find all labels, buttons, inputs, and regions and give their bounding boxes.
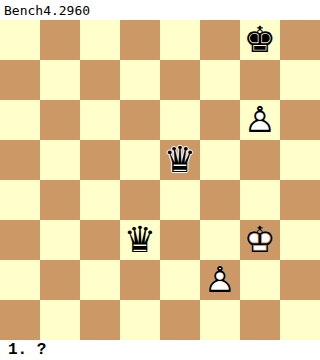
square-h1[interactable] — [280, 300, 320, 340]
square-d6[interactable] — [120, 100, 160, 140]
piece-black-queen[interactable]: ♛ — [120, 220, 160, 260]
square-g4[interactable] — [240, 180, 280, 220]
square-e3[interactable] — [160, 220, 200, 260]
piece-white-pawn[interactable]: ♟♙ — [240, 100, 280, 140]
white-pawn-outline: ♙ — [204, 260, 236, 300]
white-pawn-fill: ♟ — [204, 260, 236, 300]
square-b3[interactable] — [40, 220, 80, 260]
square-e1[interactable] — [160, 300, 200, 340]
square-b5[interactable] — [40, 140, 80, 180]
square-b7[interactable] — [40, 60, 80, 100]
square-f7[interactable] — [200, 60, 240, 100]
square-h3[interactable] — [280, 220, 320, 260]
black-queen-glyph: ♛ — [124, 220, 156, 260]
square-c2[interactable] — [80, 260, 120, 300]
square-d2[interactable] — [120, 260, 160, 300]
square-f2[interactable]: ♟♙ — [200, 260, 240, 300]
square-c8[interactable] — [80, 20, 120, 60]
square-c7[interactable] — [80, 60, 120, 100]
square-f8[interactable] — [200, 20, 240, 60]
square-b2[interactable] — [40, 260, 80, 300]
square-f5[interactable] — [200, 140, 240, 180]
square-f4[interactable] — [200, 180, 240, 220]
square-g8[interactable]: ♚ — [240, 20, 280, 60]
square-f6[interactable] — [200, 100, 240, 140]
square-g7[interactable] — [240, 60, 280, 100]
square-a2[interactable] — [0, 260, 40, 300]
square-a4[interactable] — [0, 180, 40, 220]
square-e5[interactable]: ♛ — [160, 140, 200, 180]
square-e2[interactable] — [160, 260, 200, 300]
square-g2[interactable] — [240, 260, 280, 300]
square-d3[interactable]: ♛ — [120, 220, 160, 260]
square-h7[interactable] — [280, 60, 320, 100]
piece-white-pawn[interactable]: ♟♙ — [200, 260, 240, 300]
diagram-title: Bench4.2960 — [4, 3, 90, 18]
square-e8[interactable] — [160, 20, 200, 60]
piece-black-queen[interactable]: ♛ — [160, 140, 200, 180]
chess-board: ♚♟♙♛♛♚♔♟♙ — [0, 20, 320, 340]
square-f3[interactable] — [200, 220, 240, 260]
black-queen-glyph: ♛ — [164, 140, 196, 180]
square-b6[interactable] — [40, 100, 80, 140]
white-king-fill: ♚ — [244, 220, 276, 260]
square-d7[interactable] — [120, 60, 160, 100]
square-g3[interactable]: ♚♔ — [240, 220, 280, 260]
white-pawn-outline: ♙ — [244, 100, 276, 140]
piece-white-king[interactable]: ♚♔ — [240, 220, 280, 260]
square-h5[interactable] — [280, 140, 320, 180]
diagram-title-bar: Bench4.2960 — [0, 0, 320, 20]
square-h6[interactable] — [280, 100, 320, 140]
square-a1[interactable] — [0, 300, 40, 340]
square-g6[interactable]: ♟♙ — [240, 100, 280, 140]
square-a6[interactable] — [0, 100, 40, 140]
white-king-outline: ♔ — [244, 220, 276, 260]
square-c1[interactable] — [80, 300, 120, 340]
square-e6[interactable] — [160, 100, 200, 140]
square-c3[interactable] — [80, 220, 120, 260]
square-h2[interactable] — [280, 260, 320, 300]
square-f1[interactable] — [200, 300, 240, 340]
square-b4[interactable] — [40, 180, 80, 220]
square-b8[interactable] — [40, 20, 80, 60]
square-h4[interactable] — [280, 180, 320, 220]
square-e7[interactable] — [160, 60, 200, 100]
square-d5[interactable] — [120, 140, 160, 180]
square-d1[interactable] — [120, 300, 160, 340]
square-g5[interactable] — [240, 140, 280, 180]
square-c4[interactable] — [80, 180, 120, 220]
square-d4[interactable] — [120, 180, 160, 220]
black-king-glyph: ♚ — [244, 20, 276, 60]
square-h8[interactable] — [280, 20, 320, 60]
square-e4[interactable] — [160, 180, 200, 220]
move-prompt: 1. ? — [8, 341, 46, 359]
square-c6[interactable] — [80, 100, 120, 140]
piece-black-king[interactable]: ♚ — [240, 20, 280, 60]
square-a7[interactable] — [0, 60, 40, 100]
square-d8[interactable] — [120, 20, 160, 60]
square-a3[interactable] — [0, 220, 40, 260]
square-a5[interactable] — [0, 140, 40, 180]
move-prompt-bar: 1. ? — [0, 340, 320, 360]
square-g1[interactable] — [240, 300, 280, 340]
white-pawn-fill: ♟ — [244, 100, 276, 140]
square-b1[interactable] — [40, 300, 80, 340]
square-c5[interactable] — [80, 140, 120, 180]
square-a8[interactable] — [0, 20, 40, 60]
